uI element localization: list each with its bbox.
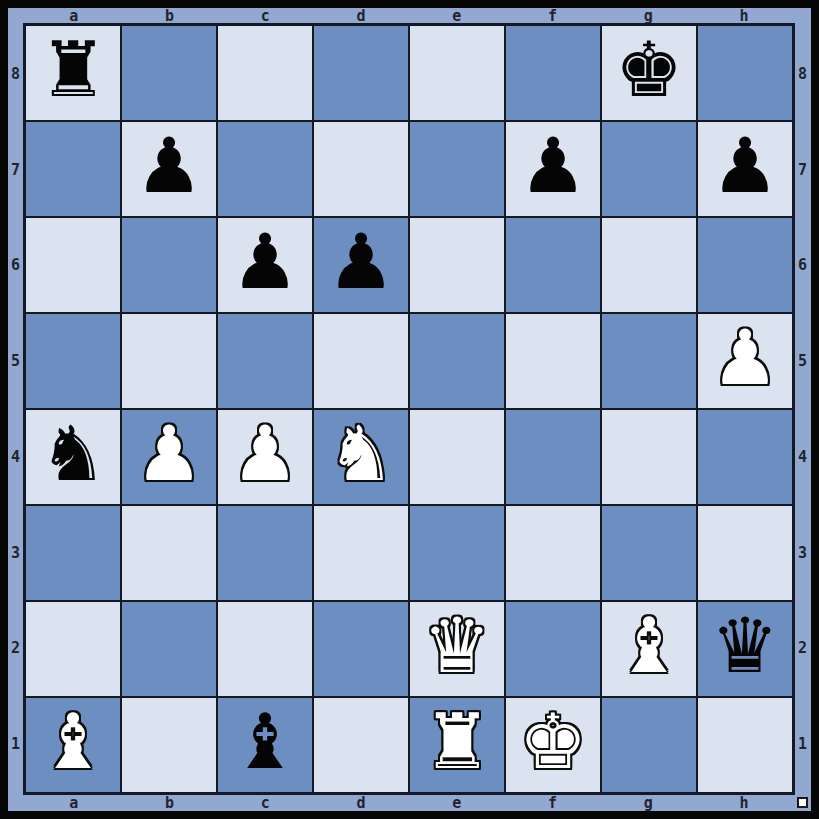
square-c6[interactable]: ♟	[218, 218, 312, 312]
square-d4[interactable]: ♞	[314, 410, 408, 504]
piece-white-king[interactable]: ♚	[519, 704, 587, 780]
square-h4[interactable]	[698, 410, 792, 504]
square-a7[interactable]	[26, 122, 120, 216]
square-a4[interactable]: ♞	[26, 410, 120, 504]
piece-white-queen[interactable]: ♛	[423, 608, 491, 684]
piece-black-rook[interactable]: ♜	[39, 32, 107, 108]
piece-white-pawn[interactable]: ♟	[231, 416, 299, 492]
square-c3[interactable]	[218, 506, 312, 600]
square-f3[interactable]	[506, 506, 600, 600]
square-b4[interactable]: ♟	[122, 410, 216, 504]
rank-labels-left: 87654321	[8, 26, 23, 792]
rank-label-8-left: 8	[8, 26, 23, 122]
square-a6[interactable]	[26, 218, 120, 312]
square-g2[interactable]: ♝	[602, 602, 696, 696]
file-label-d-bottom: d	[313, 794, 409, 812]
square-e3[interactable]	[410, 506, 504, 600]
square-g8[interactable]: ♚	[602, 26, 696, 120]
square-b6[interactable]	[122, 218, 216, 312]
square-c1[interactable]: ♝	[218, 698, 312, 792]
square-f6[interactable]	[506, 218, 600, 312]
square-g6[interactable]	[602, 218, 696, 312]
square-e4[interactable]	[410, 410, 504, 504]
square-a3[interactable]	[26, 506, 120, 600]
rank-label-4-left: 4	[8, 409, 23, 505]
square-b2[interactable]	[122, 602, 216, 696]
square-e1[interactable]: ♜	[410, 698, 504, 792]
square-c2[interactable]	[218, 602, 312, 696]
square-g5[interactable]	[602, 314, 696, 408]
square-f1[interactable]: ♚	[506, 698, 600, 792]
file-label-a-bottom: a	[26, 794, 122, 812]
file-label-f-bottom: f	[505, 794, 601, 812]
file-label-h-bottom: h	[696, 794, 792, 812]
piece-white-rook[interactable]: ♜	[423, 704, 491, 780]
rank-label-4-right: 4	[795, 409, 810, 505]
rank-label-5-right: 5	[795, 313, 810, 409]
square-h3[interactable]	[698, 506, 792, 600]
piece-black-pawn[interactable]: ♟	[519, 128, 587, 204]
square-d3[interactable]	[314, 506, 408, 600]
square-a5[interactable]	[26, 314, 120, 408]
chess-diagram: abcdefgh abcdefgh 87654321 87654321 ♜♚♟♟…	[0, 0, 819, 819]
rank-label-2-right: 2	[795, 601, 810, 697]
square-c7[interactable]	[218, 122, 312, 216]
square-b5[interactable]	[122, 314, 216, 408]
file-label-g-bottom: g	[601, 794, 697, 812]
square-f8[interactable]	[506, 26, 600, 120]
rank-label-1-left: 1	[8, 696, 23, 792]
square-c4[interactable]: ♟	[218, 410, 312, 504]
rank-label-1-right: 1	[795, 696, 810, 792]
piece-white-bishop[interactable]: ♝	[615, 608, 683, 684]
rank-label-2-left: 2	[8, 601, 23, 697]
chess-board: ♜♚♟♟♟♟♟♟♞♟♟♞♛♝♛♝♝♜♚	[23, 23, 795, 795]
square-b7[interactable]: ♟	[122, 122, 216, 216]
square-b8[interactable]	[122, 26, 216, 120]
rank-label-3-left: 3	[8, 505, 23, 601]
square-c5[interactable]	[218, 314, 312, 408]
square-h2[interactable]: ♛	[698, 602, 792, 696]
square-f5[interactable]	[506, 314, 600, 408]
square-h8[interactable]	[698, 26, 792, 120]
square-c8[interactable]	[218, 26, 312, 120]
square-b3[interactable]	[122, 506, 216, 600]
square-d1[interactable]	[314, 698, 408, 792]
file-label-b-bottom: b	[122, 794, 218, 812]
piece-white-knight[interactable]: ♞	[327, 416, 395, 492]
square-b1[interactable]	[122, 698, 216, 792]
rank-labels-right: 87654321	[795, 26, 810, 792]
rank-label-5-left: 5	[8, 313, 23, 409]
file-labels-bottom: abcdefgh	[26, 794, 792, 811]
piece-black-king[interactable]: ♚	[615, 32, 683, 108]
square-g4[interactable]	[602, 410, 696, 504]
square-h6[interactable]	[698, 218, 792, 312]
piece-white-pawn[interactable]: ♟	[711, 320, 779, 396]
square-f7[interactable]: ♟	[506, 122, 600, 216]
square-e8[interactable]	[410, 26, 504, 120]
piece-black-knight[interactable]: ♞	[39, 416, 107, 492]
square-h7[interactable]: ♟	[698, 122, 792, 216]
file-label-e-bottom: e	[409, 794, 505, 812]
square-a2[interactable]	[26, 602, 120, 696]
square-d7[interactable]	[314, 122, 408, 216]
square-a8[interactable]: ♜	[26, 26, 120, 120]
square-e6[interactable]	[410, 218, 504, 312]
piece-white-bishop[interactable]: ♝	[39, 704, 107, 780]
square-e2[interactable]: ♛	[410, 602, 504, 696]
file-labels-top: abcdefgh	[26, 7, 792, 23]
rank-label-7-right: 7	[795, 122, 810, 218]
rank-label-8-right: 8	[795, 26, 810, 122]
square-h5[interactable]: ♟	[698, 314, 792, 408]
square-d5[interactable]	[314, 314, 408, 408]
piece-white-pawn[interactable]: ♟	[135, 416, 203, 492]
square-a1[interactable]: ♝	[26, 698, 120, 792]
file-label-c-bottom: c	[218, 794, 314, 812]
piece-black-pawn[interactable]: ♟	[711, 128, 779, 204]
square-d2[interactable]	[314, 602, 408, 696]
piece-black-pawn[interactable]: ♟	[231, 224, 299, 300]
square-h1[interactable]	[698, 698, 792, 792]
rank-label-6-right: 6	[795, 218, 810, 314]
rank-label-6-left: 6	[8, 218, 23, 314]
piece-black-pawn[interactable]: ♟	[135, 128, 203, 204]
square-f2[interactable]	[506, 602, 600, 696]
side-to-move-indicator	[797, 797, 808, 808]
piece-black-bishop[interactable]: ♝	[231, 704, 299, 780]
square-g1[interactable]	[602, 698, 696, 792]
piece-black-queen[interactable]: ♛	[711, 608, 779, 684]
rank-label-3-right: 3	[795, 505, 810, 601]
square-f4[interactable]	[506, 410, 600, 504]
square-e5[interactable]	[410, 314, 504, 408]
rank-label-7-left: 7	[8, 122, 23, 218]
square-g7[interactable]	[602, 122, 696, 216]
square-g3[interactable]	[602, 506, 696, 600]
square-d6[interactable]: ♟	[314, 218, 408, 312]
square-e7[interactable]	[410, 122, 504, 216]
piece-black-pawn[interactable]: ♟	[327, 224, 395, 300]
square-d8[interactable]	[314, 26, 408, 120]
board-frame: abcdefgh abcdefgh 87654321 87654321 ♜♚♟♟…	[8, 8, 811, 811]
